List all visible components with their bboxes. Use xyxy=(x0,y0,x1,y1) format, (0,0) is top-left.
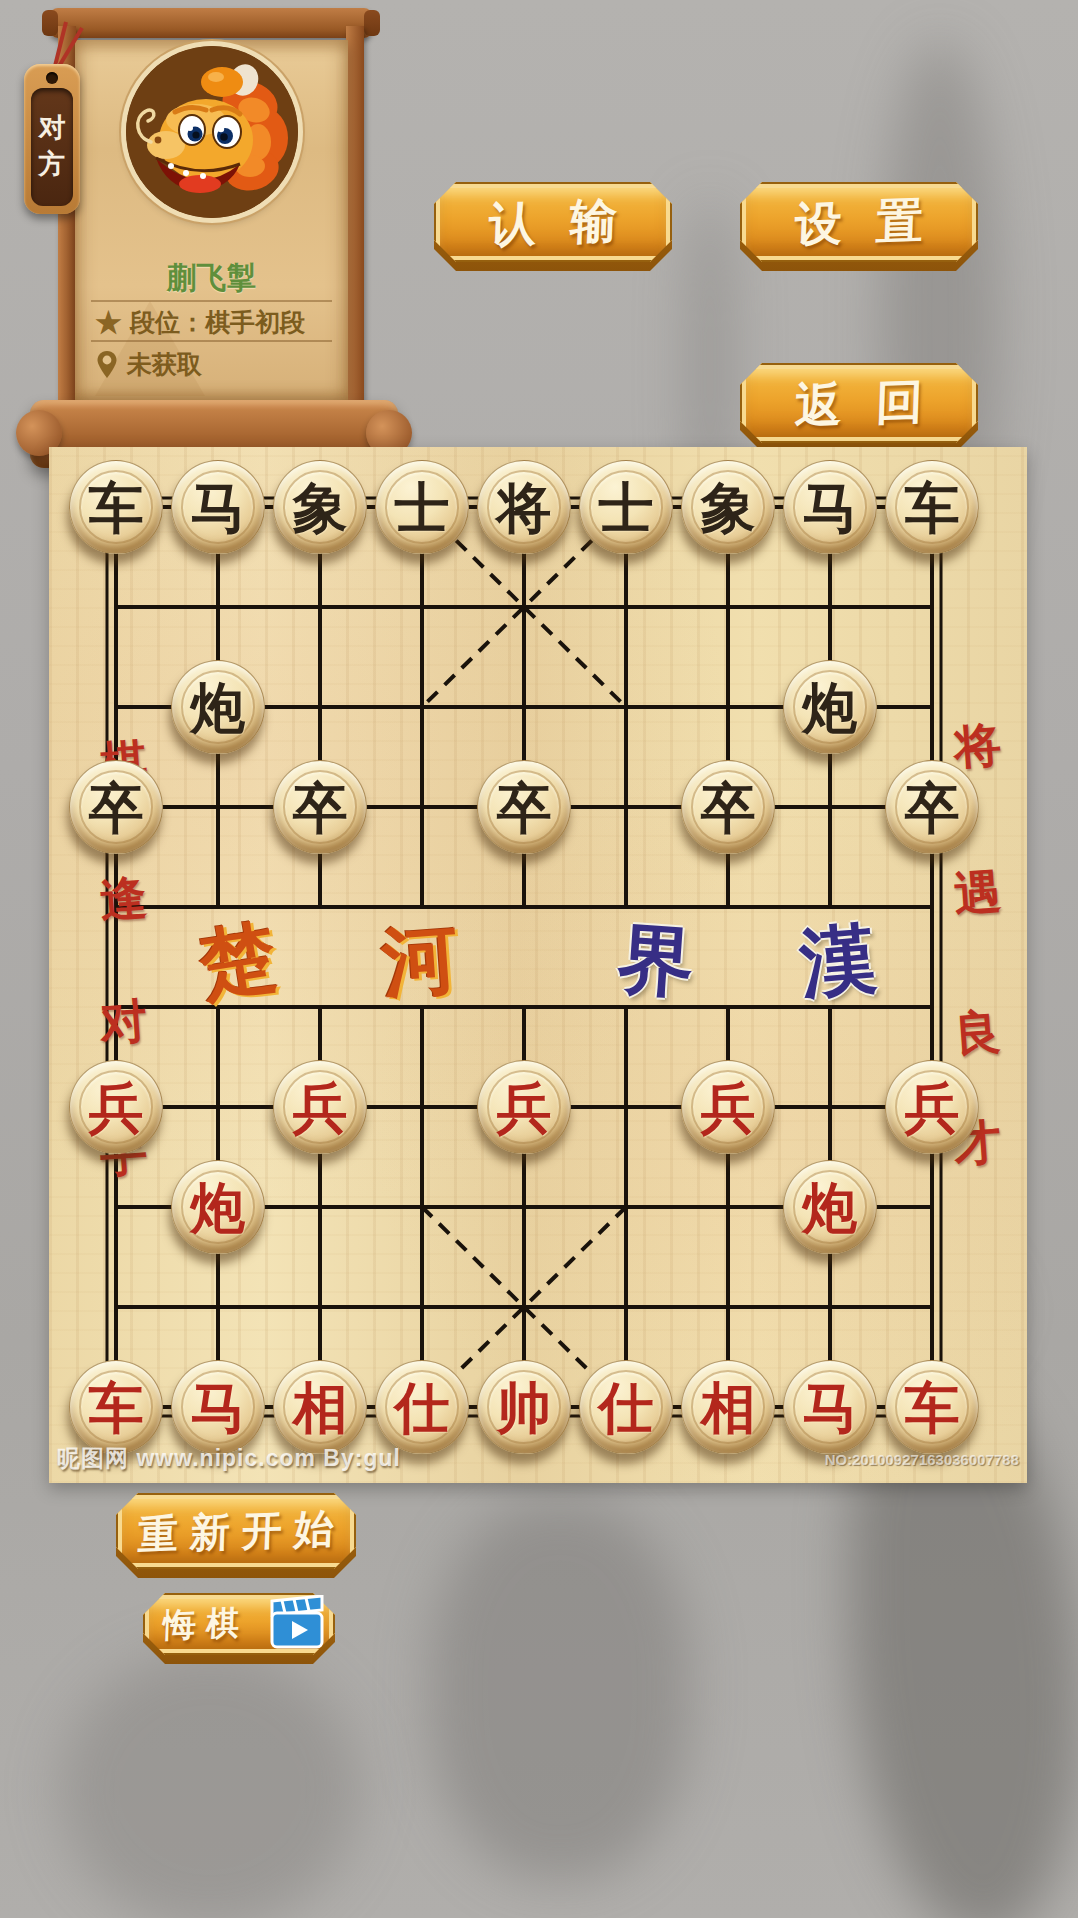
piece-char: 车 xyxy=(905,480,960,535)
undo-button-label: 悔棋 xyxy=(162,1600,250,1648)
card-wood-pole-right xyxy=(346,26,364,458)
piece-char: 卒 xyxy=(905,780,960,835)
xiangqi-piece-red[interactable]: 兵 xyxy=(885,1060,979,1154)
piece-char: 兵 xyxy=(701,1080,756,1135)
piece-char: 马 xyxy=(803,1380,858,1435)
watermark-serial: NO:20100927163036007788 xyxy=(825,1451,1019,1468)
opponent-tag: 对方 xyxy=(24,64,80,214)
pieces-layer: 车马象士将士象马车炮炮卒卒卒卒卒兵兵兵兵兵炮炮车马相仕帅仕相马车 xyxy=(65,457,983,1457)
watermark-site: 昵图网 www.nipic.com By:gul xyxy=(57,1443,401,1474)
piece-char: 将 xyxy=(497,480,552,535)
opponent-tag-label: 对方 xyxy=(31,88,73,206)
xiangqi-piece-black[interactable]: 炮 xyxy=(171,660,265,754)
xiangqi-piece-red[interactable]: 兵 xyxy=(69,1060,163,1154)
card-scroll: 蒯飞掣 ★ 段位：棋手初段 未获取 xyxy=(75,40,348,402)
piece-char: 马 xyxy=(191,1380,246,1435)
xiangqi-piece-red[interactable]: 兵 xyxy=(273,1060,367,1154)
xiangqi-piece-black[interactable]: 士 xyxy=(375,460,469,554)
tag-hole xyxy=(46,72,58,84)
background-inkwash xyxy=(430,1500,690,1880)
piece-char: 炮 xyxy=(191,1180,246,1235)
location-pin-icon xyxy=(95,350,119,380)
xiangqi-piece-red[interactable]: 帅 xyxy=(477,1360,571,1454)
xiangqi-piece-red[interactable]: 相 xyxy=(681,1360,775,1454)
piece-char: 炮 xyxy=(803,680,858,735)
piece-char: 炮 xyxy=(191,680,246,735)
xiangqi-board[interactable]: 楚河界漢 棋逢对手 将遇良才 车马象士将士象马车炮炮卒卒卒卒卒兵兵兵兵兵炮炮车马… xyxy=(49,447,1027,1483)
xiangqi-piece-red[interactable]: 车 xyxy=(885,1360,979,1454)
piece-char: 象 xyxy=(701,480,756,535)
dragon-avatar-icon xyxy=(126,46,298,218)
opponent-location-row: 未获取 xyxy=(95,348,335,381)
card-divider xyxy=(91,300,332,302)
xiangqi-piece-black[interactable]: 士 xyxy=(579,460,673,554)
card-divider xyxy=(91,340,332,342)
button-face: 重新开始 xyxy=(116,1493,356,1569)
xiangqi-piece-black[interactable]: 车 xyxy=(885,460,979,554)
resign-button[interactable]: 认输 xyxy=(434,182,672,262)
xiangqi-piece-black[interactable]: 马 xyxy=(783,460,877,554)
card-wood-rail xyxy=(50,8,372,38)
xiangqi-piece-black[interactable]: 将 xyxy=(477,460,571,554)
xiangqi-piece-black[interactable]: 卒 xyxy=(681,760,775,854)
piece-char: 士 xyxy=(395,480,450,535)
piece-char: 仕 xyxy=(599,1380,654,1435)
xiangqi-piece-black[interactable]: 卒 xyxy=(477,760,571,854)
xiangqi-piece-red[interactable]: 兵 xyxy=(681,1060,775,1154)
piece-char: 马 xyxy=(191,480,246,535)
xiangqi-piece-black[interactable]: 马 xyxy=(171,460,265,554)
restart-button-label: 重新开始 xyxy=(137,1500,347,1562)
xiangqi-piece-red[interactable]: 炮 xyxy=(783,1160,877,1254)
xiangqi-piece-black[interactable]: 卒 xyxy=(885,760,979,854)
piece-char: 车 xyxy=(89,480,144,535)
opponent-avatar xyxy=(126,46,298,218)
background-inkwash xyxy=(60,1650,360,1918)
xiangqi-piece-red[interactable]: 仕 xyxy=(375,1360,469,1454)
piece-char: 兵 xyxy=(497,1080,552,1135)
settings-button-label: 设置 xyxy=(794,188,958,257)
piece-char: 仕 xyxy=(395,1380,450,1435)
opponent-name: 蒯飞掣 xyxy=(75,258,348,299)
xiangqi-piece-black[interactable]: 象 xyxy=(681,460,775,554)
rank-star-icon: ★ xyxy=(95,308,122,338)
piece-char: 兵 xyxy=(293,1080,348,1135)
xiangqi-piece-red[interactable]: 车 xyxy=(69,1360,163,1454)
button-face: 返回 xyxy=(740,363,978,443)
piece-char: 象 xyxy=(293,480,348,535)
xiangqi-piece-black[interactable]: 炮 xyxy=(783,660,877,754)
xiangqi-game-screen: 蒯飞掣 ★ 段位：棋手初段 未获取 对方 xyxy=(0,0,1078,1918)
restart-button[interactable]: 重新开始 xyxy=(116,1493,356,1569)
xiangqi-piece-black[interactable]: 象 xyxy=(273,460,367,554)
settings-button[interactable]: 设置 xyxy=(740,182,978,262)
piece-char: 相 xyxy=(293,1380,348,1435)
button-face: 设置 xyxy=(740,182,978,262)
back-button-label: 返回 xyxy=(794,369,958,438)
piece-char: 士 xyxy=(599,480,654,535)
opponent-rank-label: 段位：棋手初段 xyxy=(130,306,305,339)
xiangqi-piece-red[interactable]: 相 xyxy=(273,1360,367,1454)
xiangqi-piece-red[interactable]: 马 xyxy=(171,1360,265,1454)
piece-char: 车 xyxy=(89,1380,144,1435)
xiangqi-piece-red[interactable]: 马 xyxy=(783,1360,877,1454)
xiangqi-piece-black[interactable]: 卒 xyxy=(69,760,163,854)
opponent-rank-row: ★ 段位：棋手初段 xyxy=(95,306,335,339)
piece-char: 卒 xyxy=(497,780,552,835)
xiangqi-piece-red[interactable]: 炮 xyxy=(171,1160,265,1254)
piece-char: 兵 xyxy=(89,1080,144,1135)
piece-char: 车 xyxy=(905,1380,960,1435)
piece-char: 兵 xyxy=(905,1080,960,1135)
video-clapper-icon[interactable] xyxy=(269,1595,325,1649)
button-face: 认输 xyxy=(434,182,672,262)
piece-char: 马 xyxy=(803,480,858,535)
xiangqi-piece-red[interactable]: 仕 xyxy=(579,1360,673,1454)
undo-move-button[interactable]: 悔棋 xyxy=(143,1593,335,1655)
piece-char: 炮 xyxy=(803,1180,858,1235)
piece-char: 卒 xyxy=(701,780,756,835)
piece-char: 帅 xyxy=(497,1380,552,1435)
xiangqi-piece-black[interactable]: 车 xyxy=(69,460,163,554)
piece-char: 卒 xyxy=(89,780,144,835)
opponent-location-label: 未获取 xyxy=(127,348,202,381)
resign-button-label: 认输 xyxy=(488,188,652,257)
xiangqi-piece-black[interactable]: 卒 xyxy=(273,760,367,854)
piece-char: 卒 xyxy=(293,780,348,835)
xiangqi-piece-red[interactable]: 兵 xyxy=(477,1060,571,1154)
back-button[interactable]: 返回 xyxy=(740,363,978,443)
piece-char: 相 xyxy=(701,1380,756,1435)
